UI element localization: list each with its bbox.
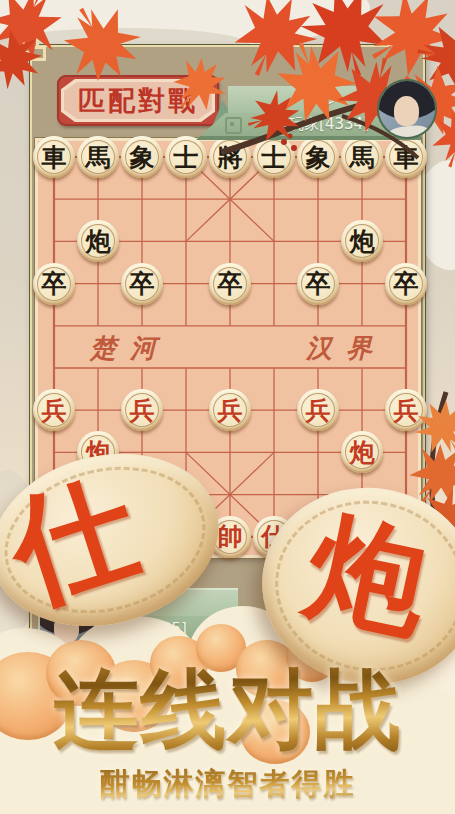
- piece-卒-black[interactable]: 卒: [385, 263, 427, 305]
- footer-subtitle: 酣畅淋漓智者得胜: [0, 764, 455, 805]
- piece-馬-black[interactable]: 馬: [77, 136, 119, 178]
- piece-兵-red[interactable]: 兵: [33, 389, 75, 431]
- piece-char: 士: [174, 145, 199, 170]
- maple-leaf-icon: [172, 56, 228, 112]
- maple-leaf-icon: [248, 90, 302, 144]
- piece-卒-black[interactable]: 卒: [209, 263, 251, 305]
- piece-兵-red[interactable]: 兵: [297, 389, 339, 431]
- piece-char: 炮: [350, 440, 375, 465]
- piece-char: 兵: [218, 398, 243, 423]
- piece-char: 帥: [218, 524, 243, 549]
- piece-char: 炮: [350, 229, 375, 254]
- maple-leaf-icon: [0, 28, 44, 90]
- piece-char: 象: [130, 145, 155, 170]
- piece-卒-black[interactable]: 卒: [121, 263, 163, 305]
- piece-士-black[interactable]: 士: [165, 136, 207, 178]
- avatar-face: [394, 96, 420, 127]
- piece-char: 車: [42, 145, 67, 170]
- piece-車-black[interactable]: 車: [33, 136, 75, 178]
- piece-卒-black[interactable]: 卒: [297, 263, 339, 305]
- piece-char: 卒: [42, 271, 67, 296]
- piece-char: 卒: [394, 271, 419, 296]
- piece-char: 兵: [306, 398, 331, 423]
- piece-char: 馬: [86, 145, 111, 170]
- piece-char: 兵: [130, 398, 155, 423]
- game-screen: 楚河 汉界 車馬象士將士象馬車炮炮卒卒卒卒卒兵兵兵兵兵炮炮車馬相仕帥仕相馬車 匹…: [0, 0, 455, 814]
- maple-leaf-icon: [62, 4, 142, 84]
- piece-兵-red[interactable]: 兵: [209, 389, 251, 431]
- footer-title: 连线对战: [0, 664, 455, 754]
- piece-炮-black[interactable]: 炮: [77, 220, 119, 262]
- piece-char: 卒: [130, 271, 155, 296]
- piece-炮-black[interactable]: 炮: [341, 220, 383, 262]
- piece-炮-red[interactable]: 炮: [341, 431, 383, 473]
- piece-char: 卒: [218, 271, 243, 296]
- top-player-avatar[interactable]: [377, 79, 437, 139]
- decor-piece-cannon-char: 炮: [299, 505, 439, 645]
- piece-卒-black[interactable]: 卒: [33, 263, 75, 305]
- piece-char: 炮: [86, 229, 111, 254]
- piece-char: 兵: [42, 398, 67, 423]
- decor-piece-advisor-char: 仕: [0, 462, 151, 616]
- piece-char: 卒: [306, 271, 331, 296]
- piece-象-black[interactable]: 象: [121, 136, 163, 178]
- piece-兵-red[interactable]: 兵: [121, 389, 163, 431]
